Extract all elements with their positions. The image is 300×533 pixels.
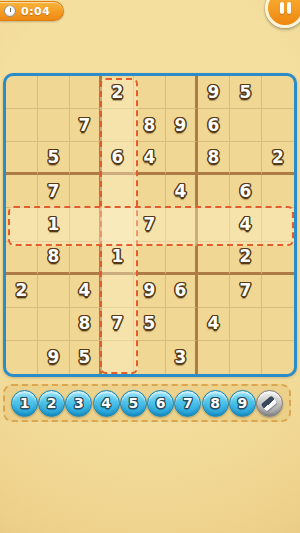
cell-r4c8[interactable]: 6 (230, 175, 262, 208)
cell-r4c5[interactable] (134, 175, 166, 208)
cell-r3c1[interactable] (6, 142, 38, 175)
cell-r3c8[interactable] (230, 142, 262, 175)
cell-r3c6[interactable] (166, 142, 198, 175)
cell-r9c6[interactable]: 3 (166, 341, 198, 374)
cell-number: 4 (240, 216, 252, 233)
cell-r9c8[interactable] (230, 341, 262, 374)
number-button-4[interactable]: 4 (93, 390, 120, 417)
cell-r1c7[interactable]: 9 (198, 76, 230, 109)
cell-r2c9[interactable] (262, 109, 294, 142)
cell-number: 3 (175, 349, 187, 366)
cell-number: 5 (79, 349, 91, 366)
cell-r8c7[interactable]: 4 (198, 308, 230, 341)
number-button-5[interactable]: 5 (120, 390, 147, 417)
cell-r8c3[interactable]: 8 (70, 308, 102, 341)
cell-r3c7[interactable]: 8 (198, 142, 230, 175)
number-button-label: 7 (183, 396, 193, 410)
cell-number: 7 (79, 117, 91, 134)
cell-number: 9 (144, 282, 156, 299)
cell-number: 8 (208, 149, 220, 166)
cell-r2c7[interactable]: 6 (198, 109, 230, 142)
cell-r6c8[interactable]: 2 (230, 242, 262, 275)
cell-r9c1[interactable] (6, 341, 38, 374)
cell-r7c5[interactable]: 9 (134, 275, 166, 308)
cell-r1c4[interactable]: 2 (102, 76, 134, 109)
cell-number: 4 (144, 149, 156, 166)
cell-number: 6 (208, 117, 220, 134)
cell-r5c5[interactable]: 7 (134, 208, 166, 241)
cell-r7c9[interactable] (262, 275, 294, 308)
cell-r3c2[interactable]: 5 (38, 142, 70, 175)
pause-button[interactable] (265, 0, 300, 28)
cell-number: 7 (112, 315, 124, 332)
cell-r1c1[interactable] (6, 76, 38, 109)
cell-number: 6 (175, 282, 187, 299)
cell-r9c3[interactable]: 5 (70, 341, 102, 374)
cell-number: 8 (48, 248, 60, 265)
cell-r4c9[interactable] (262, 175, 294, 208)
number-button-7[interactable]: 7 (174, 390, 201, 417)
cell-r1c8[interactable]: 5 (230, 76, 262, 109)
cell-r1c5[interactable] (134, 76, 166, 109)
cell-r6c5[interactable] (134, 242, 166, 275)
cell-number: 6 (240, 183, 252, 200)
cell-r8c4[interactable]: 7 (102, 308, 134, 341)
cell-r8c5[interactable]: 5 (134, 308, 166, 341)
sudoku-screen: 0:04 295789656482746174812249678754953 1… (0, 0, 300, 533)
cell-number: 9 (48, 349, 60, 366)
number-button-label: 3 (74, 396, 84, 410)
cell-r7c7[interactable] (198, 275, 230, 308)
cell-r2c8[interactable] (230, 109, 262, 142)
timer-value: 0:04 (21, 5, 50, 18)
cell-number: 4 (208, 315, 220, 332)
cell-number: 8 (79, 315, 91, 332)
cell-number: 5 (144, 315, 156, 332)
cell-r8c6[interactable] (166, 308, 198, 341)
cell-r2c2[interactable] (38, 109, 70, 142)
cell-r4c1[interactable] (6, 175, 38, 208)
number-button-3[interactable]: 3 (65, 390, 92, 417)
number-button-6[interactable]: 6 (147, 390, 174, 417)
cell-number: 4 (175, 183, 187, 200)
cell-r8c2[interactable] (38, 308, 70, 341)
cell-number: 5 (48, 149, 60, 166)
cell-r8c1[interactable] (6, 308, 38, 341)
cell-number: 2 (240, 248, 252, 265)
cell-r9c5[interactable] (134, 341, 166, 374)
cell-r3c9[interactable]: 2 (262, 142, 294, 175)
stopwatch-icon (4, 5, 16, 17)
number-button-9[interactable]: 9 (229, 390, 256, 417)
cell-number: 7 (48, 183, 60, 200)
cell-r2c3[interactable]: 7 (70, 109, 102, 142)
cell-number: 9 (175, 117, 187, 134)
cell-r5c8[interactable]: 4 (230, 208, 262, 241)
sudoku-board: 295789656482746174812249678754953 (3, 73, 297, 377)
cell-r4c6[interactable]: 4 (166, 175, 198, 208)
number-button-8[interactable]: 8 (202, 390, 229, 417)
cell-r2c6[interactable]: 9 (166, 109, 198, 142)
cell-r4c4[interactable] (102, 175, 134, 208)
cell-number: 7 (240, 282, 252, 299)
number-button-label: 1 (20, 396, 30, 410)
cell-r6c3[interactable] (70, 242, 102, 275)
cell-number: 7 (144, 216, 156, 233)
cell-r5c4[interactable] (102, 208, 134, 241)
cell-r9c9[interactable] (262, 341, 294, 374)
cell-r3c3[interactable] (70, 142, 102, 175)
cell-r2c4[interactable] (102, 109, 134, 142)
cell-r2c5[interactable]: 8 (134, 109, 166, 142)
pause-icon (280, 2, 284, 14)
cell-r6c6[interactable] (166, 242, 198, 275)
cell-r5c3[interactable] (70, 208, 102, 241)
cell-number: 6 (112, 149, 124, 166)
eraser-icon (261, 395, 278, 411)
number-button-label: 6 (156, 396, 166, 410)
cell-r9c4[interactable] (102, 341, 134, 374)
cell-r4c7[interactable] (198, 175, 230, 208)
cell-r4c2[interactable]: 7 (38, 175, 70, 208)
number-button-label: 5 (129, 396, 139, 410)
cell-r7c8[interactable]: 7 (230, 275, 262, 308)
cell-r7c6[interactable]: 6 (166, 275, 198, 308)
cell-number: 8 (144, 117, 156, 134)
cell-r7c3[interactable]: 4 (70, 275, 102, 308)
cell-r1c6[interactable] (166, 76, 198, 109)
cell-r5c2[interactable]: 1 (38, 208, 70, 241)
number-button-1[interactable]: 1 (11, 390, 38, 417)
cell-r9c7[interactable] (198, 341, 230, 374)
number-button-label: 8 (210, 396, 220, 410)
cell-r6c2[interactable]: 8 (38, 242, 70, 275)
cell-r6c7[interactable] (198, 242, 230, 275)
cell-number: 2 (112, 84, 124, 101)
cell-r7c2[interactable] (38, 275, 70, 308)
cell-r5c7[interactable] (198, 208, 230, 241)
cell-r3c4[interactable]: 6 (102, 142, 134, 175)
cell-r5c1[interactable] (6, 208, 38, 241)
cell-number: 4 (79, 282, 91, 299)
cell-r2c1[interactable] (6, 109, 38, 142)
cell-r7c4[interactable] (102, 275, 134, 308)
cell-r3c5[interactable]: 4 (134, 142, 166, 175)
number-button-label: 4 (101, 396, 111, 410)
cell-r6c9[interactable] (262, 242, 294, 275)
cell-r7c1[interactable]: 2 (6, 275, 38, 308)
cell-number: 1 (48, 216, 60, 233)
cell-number: 5 (240, 84, 252, 101)
cell-r1c2[interactable] (38, 76, 70, 109)
cell-r8c8[interactable] (230, 308, 262, 341)
cell-r5c6[interactable] (166, 208, 198, 241)
number-button-label: 9 (237, 396, 247, 410)
eraser-button[interactable] (256, 390, 283, 417)
cell-r5c9[interactable] (262, 208, 294, 241)
number-button-label: 2 (47, 396, 57, 410)
cell-number: 9 (208, 84, 220, 101)
cell-r1c3[interactable] (70, 76, 102, 109)
number-button-2[interactable]: 2 (38, 390, 65, 417)
cell-r4c3[interactable] (70, 175, 102, 208)
cell-number: 1 (112, 248, 124, 265)
board-cells: 295789656482746174812249678754953 (6, 76, 294, 374)
timer-pill: 0:04 (0, 1, 64, 21)
cell-number: 2 (16, 282, 28, 299)
cell-number: 2 (272, 149, 284, 166)
cell-r6c4[interactable]: 1 (102, 242, 134, 275)
cell-r1c9[interactable] (262, 76, 294, 109)
cell-r9c2[interactable]: 9 (38, 341, 70, 374)
cell-r6c1[interactable] (6, 242, 38, 275)
pause-icon (287, 2, 291, 14)
numpad-bar: 123456789 (3, 384, 291, 422)
cell-r8c9[interactable] (262, 308, 294, 341)
